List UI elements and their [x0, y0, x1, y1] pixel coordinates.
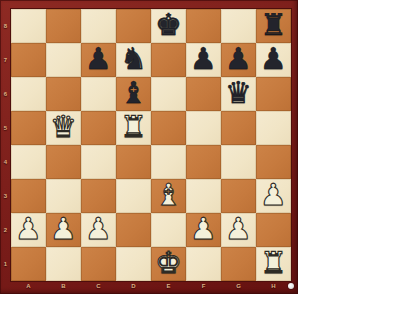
square-e8[interactable]: ♚ [151, 9, 186, 43]
file-label-h: H [256, 283, 291, 289]
square-h6[interactable] [256, 77, 291, 111]
piece-black-pawn-g7[interactable]: ♟ [225, 44, 252, 74]
square-e4[interactable] [151, 145, 186, 179]
square-d3[interactable] [116, 179, 151, 213]
square-a8[interactable] [11, 9, 46, 43]
square-g4[interactable] [221, 145, 256, 179]
square-f8[interactable] [186, 9, 221, 43]
piece-black-knight-d7[interactable]: ♞ [120, 44, 147, 74]
square-a1[interactable] [11, 247, 46, 281]
square-c1[interactable] [81, 247, 116, 281]
square-e3[interactable]: ♝ [151, 179, 186, 213]
square-f5[interactable] [186, 111, 221, 145]
piece-black-rook-h8[interactable]: ♜ [260, 10, 287, 40]
square-h2[interactable] [256, 213, 291, 247]
square-d8[interactable] [116, 9, 151, 43]
page: ♚♜♟♞♟♟♟♝♛♛♜♝♟♟♟♟♟♟♚♜ 87654321ABCDEFGH [0, 0, 414, 311]
piece-white-pawn-c2[interactable]: ♟ [85, 214, 112, 244]
square-h1[interactable]: ♜ [256, 247, 291, 281]
square-a3[interactable] [11, 179, 46, 213]
square-e2[interactable] [151, 213, 186, 247]
square-f6[interactable] [186, 77, 221, 111]
rank-label-5: 5 [0, 125, 11, 131]
square-d1[interactable] [116, 247, 151, 281]
piece-white-king-e1[interactable]: ♚ [155, 248, 182, 278]
rank-label-1: 1 [0, 261, 11, 267]
square-c6[interactable] [81, 77, 116, 111]
square-c7[interactable]: ♟ [81, 43, 116, 77]
square-g3[interactable] [221, 179, 256, 213]
square-e7[interactable] [151, 43, 186, 77]
piece-black-pawn-h7[interactable]: ♟ [260, 44, 287, 74]
square-c4[interactable] [81, 145, 116, 179]
file-label-g: G [221, 283, 256, 289]
square-d5[interactable]: ♜ [116, 111, 151, 145]
square-b6[interactable] [46, 77, 81, 111]
file-label-c: C [81, 283, 116, 289]
piece-white-rook-d5[interactable]: ♜ [120, 112, 147, 142]
piece-white-rook-h1[interactable]: ♜ [260, 248, 287, 278]
square-d4[interactable] [116, 145, 151, 179]
piece-white-pawn-h3[interactable]: ♟ [260, 180, 287, 210]
square-c8[interactable] [81, 9, 116, 43]
square-a7[interactable] [11, 43, 46, 77]
square-a2[interactable]: ♟ [11, 213, 46, 247]
square-g6[interactable]: ♛ [221, 77, 256, 111]
square-e1[interactable]: ♚ [151, 247, 186, 281]
square-b1[interactable] [46, 247, 81, 281]
square-g8[interactable] [221, 9, 256, 43]
square-g5[interactable] [221, 111, 256, 145]
square-h5[interactable] [256, 111, 291, 145]
square-h8[interactable]: ♜ [256, 9, 291, 43]
square-h3[interactable]: ♟ [256, 179, 291, 213]
file-label-b: B [46, 283, 81, 289]
square-b3[interactable] [46, 179, 81, 213]
square-f4[interactable] [186, 145, 221, 179]
file-label-f: F [186, 283, 221, 289]
piece-white-pawn-g2[interactable]: ♟ [225, 214, 252, 244]
piece-black-pawn-f7[interactable]: ♟ [190, 44, 217, 74]
chess-board-frame: ♚♜♟♞♟♟♟♝♛♛♜♝♟♟♟♟♟♟♚♜ 87654321ABCDEFGH [0, 0, 298, 294]
square-d7[interactable]: ♞ [116, 43, 151, 77]
piece-black-king-e8[interactable]: ♚ [155, 10, 182, 40]
piece-white-pawn-a2[interactable]: ♟ [15, 214, 42, 244]
square-g7[interactable]: ♟ [221, 43, 256, 77]
square-c2[interactable]: ♟ [81, 213, 116, 247]
rank-label-4: 4 [0, 159, 11, 165]
piece-black-queen-g6[interactable]: ♛ [225, 78, 252, 108]
square-b8[interactable] [46, 9, 81, 43]
rank-label-8: 8 [0, 23, 11, 29]
square-a5[interactable] [11, 111, 46, 145]
square-b5[interactable]: ♛ [46, 111, 81, 145]
square-e5[interactable] [151, 111, 186, 145]
square-f2[interactable]: ♟ [186, 213, 221, 247]
piece-black-bishop-d6[interactable]: ♝ [120, 78, 147, 108]
square-h4[interactable] [256, 145, 291, 179]
square-a6[interactable] [11, 77, 46, 111]
piece-black-pawn-c7[interactable]: ♟ [85, 44, 112, 74]
rank-label-3: 3 [0, 193, 11, 199]
square-g2[interactable]: ♟ [221, 213, 256, 247]
square-a4[interactable] [11, 145, 46, 179]
piece-white-bishop-e3[interactable]: ♝ [155, 180, 182, 210]
square-g1[interactable] [221, 247, 256, 281]
rank-label-7: 7 [0, 57, 11, 63]
square-d6[interactable]: ♝ [116, 77, 151, 111]
rank-label-6: 6 [0, 91, 11, 97]
square-d2[interactable] [116, 213, 151, 247]
piece-white-queen-b5[interactable]: ♛ [50, 112, 77, 142]
square-b2[interactable]: ♟ [46, 213, 81, 247]
rank-label-2: 2 [0, 227, 11, 233]
square-f1[interactable] [186, 247, 221, 281]
file-label-a: A [11, 283, 46, 289]
square-h7[interactable]: ♟ [256, 43, 291, 77]
square-f3[interactable] [186, 179, 221, 213]
piece-white-pawn-b2[interactable]: ♟ [50, 214, 77, 244]
square-e6[interactable] [151, 77, 186, 111]
piece-white-pawn-f2[interactable]: ♟ [190, 214, 217, 244]
square-c5[interactable] [81, 111, 116, 145]
square-f7[interactable]: ♟ [186, 43, 221, 77]
square-b4[interactable] [46, 145, 81, 179]
file-label-d: D [116, 283, 151, 289]
square-c3[interactable] [81, 179, 116, 213]
chess-board: ♚♜♟♞♟♟♟♝♛♛♜♝♟♟♟♟♟♟♚♜ [11, 9, 291, 281]
file-label-e: E [151, 283, 186, 289]
square-b7[interactable] [46, 43, 81, 77]
